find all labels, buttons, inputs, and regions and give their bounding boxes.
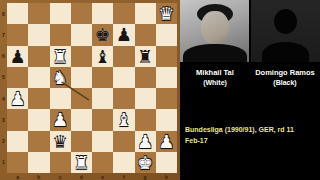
square-e7: ♚ <box>92 24 113 45</box>
white-knight-piece: ♞ <box>52 67 68 88</box>
square-f4 <box>113 88 134 109</box>
square-h4 <box>156 88 177 109</box>
white-pawn-piece: ♟ <box>10 88 26 109</box>
rank-label: 7 <box>0 24 7 45</box>
square-a5 <box>7 67 28 88</box>
player-names: Mikhail Tal (White) Domingo Ramos (Black… <box>180 68 320 87</box>
square-f8 <box>113 3 134 24</box>
white-player: Mikhail Tal (White) <box>180 68 250 87</box>
white-side-label: (White) <box>180 78 250 87</box>
square-e2 <box>92 131 113 152</box>
square-h6 <box>156 46 177 67</box>
black-bishop-piece: ♝ <box>95 46 111 67</box>
player-photos <box>180 0 320 62</box>
square-e5 <box>92 67 113 88</box>
square-a7 <box>7 24 28 45</box>
info-panel: Mikhail Tal (White) Domingo Ramos (Black… <box>180 0 320 180</box>
portrait-suit <box>183 44 247 62</box>
square-e8 <box>92 3 113 24</box>
square-h7 <box>156 24 177 45</box>
rank-label: 4 <box>0 88 7 109</box>
black-player-name: Domingo Ramos <box>250 68 320 78</box>
square-h5 <box>156 67 177 88</box>
file-label: b <box>28 173 49 180</box>
square-b7 <box>28 24 49 45</box>
square-b1 <box>28 152 49 173</box>
square-c7 <box>50 24 71 45</box>
square-c8 <box>50 3 71 24</box>
square-f2 <box>113 131 134 152</box>
black-rook-piece: ♜ <box>137 46 153 67</box>
square-f7: ♟ <box>113 24 134 45</box>
square-e3 <box>92 109 113 130</box>
square-h8: ♛ <box>156 3 177 24</box>
white-pawn-piece: ♟ <box>137 131 153 152</box>
square-d5 <box>71 67 92 88</box>
white-queen-piece: ♛ <box>158 3 174 24</box>
file-label: f <box>113 173 134 180</box>
square-b2 <box>28 131 49 152</box>
black-queen-piece: ♛ <box>52 131 68 152</box>
square-b3 <box>28 109 49 130</box>
rank-label: 2 <box>0 131 7 152</box>
square-c5: ♞ <box>50 67 71 88</box>
square-b6 <box>28 46 49 67</box>
file-label: g <box>135 173 156 180</box>
rank-label: 6 <box>0 46 7 67</box>
square-b4 <box>28 88 49 109</box>
event-date: Feb-17 <box>185 135 294 146</box>
event-line: Bundesliga (1990/91), GER, rd 11 <box>185 124 294 135</box>
square-c3: ♟ <box>50 109 71 130</box>
square-b5 <box>28 67 49 88</box>
black-player-photo <box>251 0 320 62</box>
square-d3 <box>71 109 92 130</box>
black-pawn-piece: ♟ <box>116 24 132 45</box>
square-a8 <box>7 3 28 24</box>
black-player: Domingo Ramos (Black) <box>250 68 320 87</box>
rank-label: 8 <box>0 3 7 24</box>
square-g1: ♚ <box>135 152 156 173</box>
white-rook-piece: ♜ <box>73 152 89 173</box>
portrait-face <box>201 11 229 44</box>
square-d6 <box>71 46 92 67</box>
square-a2 <box>7 131 28 152</box>
square-e4 <box>92 88 113 109</box>
square-a3 <box>7 109 28 130</box>
square-g3 <box>135 109 156 130</box>
square-f5 <box>113 67 134 88</box>
white-pawn-piece: ♟ <box>158 131 174 152</box>
file-label: d <box>71 173 92 180</box>
black-king-piece: ♚ <box>95 24 111 45</box>
game-thumbnail: 87654321 ♛♚♟♟♜♝♜♞♟♟♝♛♟♟♜♚ abcdefgh Mikha… <box>0 0 320 180</box>
square-f6 <box>113 46 134 67</box>
square-g4 <box>135 88 156 109</box>
white-king-piece: ♚ <box>137 152 153 173</box>
square-d4 <box>71 88 92 109</box>
square-c4 <box>50 88 71 109</box>
white-bishop-piece: ♝ <box>116 109 132 130</box>
square-d7 <box>71 24 92 45</box>
white-pawn-piece: ♟ <box>52 109 68 130</box>
square-e1 <box>92 152 113 173</box>
square-a6: ♟ <box>7 46 28 67</box>
rank-label: 5 <box>0 67 7 88</box>
black-pawn-piece: ♟ <box>10 46 26 67</box>
rank-label: 3 <box>0 109 7 130</box>
square-h1 <box>156 152 177 173</box>
white-player-photo <box>180 0 249 62</box>
square-g5 <box>135 67 156 88</box>
rank-label: 1 <box>0 152 7 173</box>
square-g6: ♜ <box>135 46 156 67</box>
square-d2 <box>71 131 92 152</box>
silhouette-body <box>262 42 309 62</box>
square-d8 <box>71 3 92 24</box>
file-label: e <box>92 173 113 180</box>
rank-labels: 87654321 <box>0 3 7 173</box>
square-d1: ♜ <box>71 152 92 173</box>
black-side-label: (Black) <box>250 78 320 87</box>
square-e6: ♝ <box>92 46 113 67</box>
file-label: a <box>7 173 28 180</box>
square-g8 <box>135 3 156 24</box>
event-info: Bundesliga (1990/91), GER, rd 11 Feb-17 <box>185 124 294 146</box>
white-rook-piece: ♜ <box>52 46 68 67</box>
file-label: c <box>50 173 71 180</box>
chess-board: 87654321 ♛♚♟♟♜♝♜♞♟♟♝♛♟♟♜♚ abcdefgh <box>0 0 180 180</box>
square-a1 <box>7 152 28 173</box>
silhouette-head <box>274 9 297 34</box>
square-h2: ♟ <box>156 131 177 152</box>
square-c2: ♛ <box>50 131 71 152</box>
square-g7 <box>135 24 156 45</box>
white-player-name: Mikhail Tal <box>180 68 250 78</box>
square-h3 <box>156 109 177 130</box>
square-f1 <box>113 152 134 173</box>
board-grid: ♛♚♟♟♜♝♜♞♟♟♝♛♟♟♜♚ <box>7 3 177 173</box>
square-c1 <box>50 152 71 173</box>
square-b8 <box>28 3 49 24</box>
file-label: h <box>156 173 177 180</box>
square-g2: ♟ <box>135 131 156 152</box>
square-a4: ♟ <box>7 88 28 109</box>
file-labels: abcdefgh <box>7 173 177 180</box>
square-f3: ♝ <box>113 109 134 130</box>
square-c6: ♜ <box>50 46 71 67</box>
